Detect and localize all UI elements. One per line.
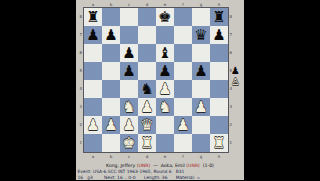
square-c1: ♚ xyxy=(120,134,138,152)
file-label-e: e xyxy=(156,154,174,159)
square-g5: ♟ xyxy=(192,62,210,80)
piece-black-rook: ♜ xyxy=(212,8,225,26)
square-e3: ♞ xyxy=(156,98,174,116)
square-g8 xyxy=(192,8,210,26)
square-g4 xyxy=(192,80,210,98)
captured-black-pawn-icon: ♟ xyxy=(231,65,240,76)
square-a8: ♜ xyxy=(84,8,102,26)
piece-white-knight: ♞ xyxy=(122,98,135,116)
piece-white-king: ♚ xyxy=(122,134,135,152)
square-f3 xyxy=(174,98,192,116)
piece-white-pawn: ♟ xyxy=(86,116,99,134)
piece-white-rook: ♜ xyxy=(212,134,225,152)
board-panel: abcdefgh 87654321 ♜♚♜♟♟♛♟♟♝♟♟♟♞♟♞♟♞♟♟♟♟♛… xyxy=(76,0,244,180)
white-player-rating: (UNR) xyxy=(137,163,151,168)
square-g7: ♛ xyxy=(192,26,210,44)
piece-white-pawn: ♟ xyxy=(176,116,189,134)
move-info-line: 16 g3 Next: 16 .. 0-0 Length: 36 Materia… xyxy=(78,175,201,181)
square-b8 xyxy=(102,8,120,26)
piece-white-pawn: ♟ xyxy=(158,80,171,98)
square-h4 xyxy=(210,80,228,98)
square-c3: ♞ xyxy=(120,98,138,116)
video-frame: { "game": "chess", "position": { "fen": … xyxy=(0,0,320,180)
square-d5 xyxy=(138,62,156,80)
square-d1: ♜ xyxy=(138,134,156,152)
piece-black-pawn: ♟ xyxy=(212,26,225,44)
rank-label-3: 3 xyxy=(230,98,233,116)
square-a2: ♟ xyxy=(84,116,102,134)
players-separator: — xyxy=(150,163,160,168)
square-c2: ♟ xyxy=(120,116,138,134)
square-f4 xyxy=(174,80,192,98)
piece-white-pawn: ♟ xyxy=(122,116,135,134)
letterbox-left xyxy=(0,0,76,180)
piece-black-king: ♚ xyxy=(158,8,171,26)
square-g3: ♟ xyxy=(192,98,210,116)
file-label-a: a xyxy=(84,2,102,7)
rank-label-4: 4 xyxy=(80,80,83,98)
file-label-h: h xyxy=(210,154,228,159)
square-c5: ♟ xyxy=(120,62,138,80)
file-label-c: c xyxy=(120,154,138,159)
letterbox-right xyxy=(244,0,320,180)
piece-white-pawn: ♟ xyxy=(194,98,207,116)
square-g2 xyxy=(192,116,210,134)
square-a7: ♟ xyxy=(84,26,102,44)
piece-white-queen: ♛ xyxy=(140,116,153,134)
square-b3 xyxy=(102,98,120,116)
square-b6 xyxy=(102,44,120,62)
square-e6: ♝ xyxy=(156,44,174,62)
piece-white-knight: ♞ xyxy=(158,98,171,116)
square-a6 xyxy=(84,44,102,62)
piece-black-knight: ♞ xyxy=(140,80,153,98)
rank-label-2: 2 xyxy=(230,116,233,134)
black-player-rating: (UNR) xyxy=(186,163,200,168)
piece-black-pawn: ♟ xyxy=(158,62,171,80)
file-label-a: a xyxy=(84,154,102,159)
square-b7: ♟ xyxy=(102,26,120,44)
rank-labels-left: 87654321 xyxy=(80,8,83,152)
piece-black-bishop: ♝ xyxy=(158,44,171,62)
players-line: Kong, Jeffery (UNR) — Aoka, Emil (UNR) (… xyxy=(76,163,244,169)
piece-white-pawn: ♟ xyxy=(140,98,153,116)
piece-black-rook: ♜ xyxy=(86,8,99,26)
rank-label-6: 6 xyxy=(80,44,83,62)
captured-white-pawn-icon: ♙ xyxy=(231,76,240,87)
file-label-d: d xyxy=(138,2,156,7)
square-e2 xyxy=(156,116,174,134)
piece-black-pawn: ♟ xyxy=(194,62,207,80)
square-b4 xyxy=(102,80,120,98)
black-player-name: Aoka, Emil xyxy=(161,163,187,168)
piece-white-rook: ♜ xyxy=(140,134,153,152)
square-h2 xyxy=(210,116,228,134)
rank-label-7: 7 xyxy=(230,26,233,44)
rank-label-6: 6 xyxy=(230,44,233,62)
file-label-g: g xyxy=(192,154,210,159)
rank-label-5: 5 xyxy=(80,62,83,80)
square-f1 xyxy=(174,134,192,152)
file-label-g: g xyxy=(192,2,210,7)
game-result: (1-0) xyxy=(200,163,214,168)
rank-label-2: 2 xyxy=(80,116,83,134)
square-a1 xyxy=(84,134,102,152)
square-d2: ♛ xyxy=(138,116,156,134)
square-b1 xyxy=(102,134,120,152)
file-label-f: f xyxy=(174,154,192,159)
square-h5 xyxy=(210,62,228,80)
white-player-name: Kong, Jeffery xyxy=(106,163,137,168)
square-h3 xyxy=(210,98,228,116)
square-d7 xyxy=(138,26,156,44)
square-a5 xyxy=(84,62,102,80)
square-e7 xyxy=(156,26,174,44)
square-c6: ♟ xyxy=(120,44,138,62)
rank-label-1: 1 xyxy=(230,134,233,152)
square-a4 xyxy=(84,80,102,98)
square-d3: ♟ xyxy=(138,98,156,116)
file-label-b: b xyxy=(102,154,120,159)
square-h7: ♟ xyxy=(210,26,228,44)
file-label-h: h xyxy=(210,2,228,7)
square-c4 xyxy=(120,80,138,98)
piece-black-queen: ♛ xyxy=(194,26,207,44)
piece-black-pawn: ♟ xyxy=(122,44,135,62)
square-c7 xyxy=(120,26,138,44)
piece-white-pawn: ♟ xyxy=(104,116,117,134)
square-g1 xyxy=(192,134,210,152)
square-f6 xyxy=(174,44,192,62)
square-f2: ♟ xyxy=(174,116,192,134)
rank-label-3: 3 xyxy=(80,98,83,116)
file-labels-bottom: abcdefgh xyxy=(84,154,228,159)
square-h6 xyxy=(210,44,228,62)
square-b2: ♟ xyxy=(102,116,120,134)
piece-black-pawn: ♟ xyxy=(122,62,135,80)
file-label-c: c xyxy=(120,2,138,7)
piece-black-pawn: ♟ xyxy=(86,26,99,44)
square-e8: ♚ xyxy=(156,8,174,26)
file-label-b: b xyxy=(102,2,120,7)
square-f5 xyxy=(174,62,192,80)
chess-board: ♜♚♜♟♟♛♟♟♝♟♟♟♞♟♞♟♞♟♟♟♟♛♟♚♜♜ xyxy=(84,8,228,152)
file-label-e: e xyxy=(156,2,174,7)
square-h1: ♜ xyxy=(210,134,228,152)
square-a3 xyxy=(84,98,102,116)
square-h8: ♜ xyxy=(210,8,228,26)
square-e1 xyxy=(156,134,174,152)
rank-label-7: 7 xyxy=(80,26,83,44)
rank-label-8: 8 xyxy=(230,8,233,26)
file-label-d: d xyxy=(138,154,156,159)
square-g6 xyxy=(192,44,210,62)
square-d4: ♞ xyxy=(138,80,156,98)
file-label-f: f xyxy=(174,2,192,7)
file-labels-top: abcdefgh xyxy=(84,2,228,7)
square-f8 xyxy=(174,8,192,26)
square-d8 xyxy=(138,8,156,26)
rank-label-8: 8 xyxy=(80,8,83,26)
square-e4: ♟ xyxy=(156,80,174,98)
square-b5 xyxy=(102,62,120,80)
piece-black-pawn: ♟ xyxy=(104,26,117,44)
square-f7 xyxy=(174,26,192,44)
rank-label-1: 1 xyxy=(80,134,83,152)
square-c8 xyxy=(120,8,138,26)
square-e5: ♟ xyxy=(156,62,174,80)
square-d6 xyxy=(138,44,156,62)
